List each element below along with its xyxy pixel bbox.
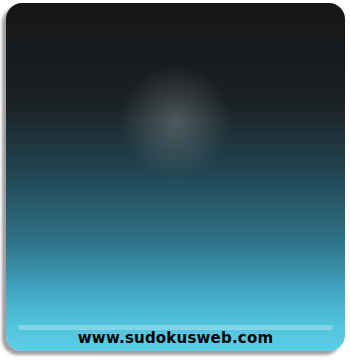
sudoku-board-image: www.sudokusweb.com <box>0 0 350 360</box>
website-url[interactable]: www.sudokusweb.com <box>6 329 345 347</box>
board-frame: www.sudokusweb.com <box>6 3 345 351</box>
